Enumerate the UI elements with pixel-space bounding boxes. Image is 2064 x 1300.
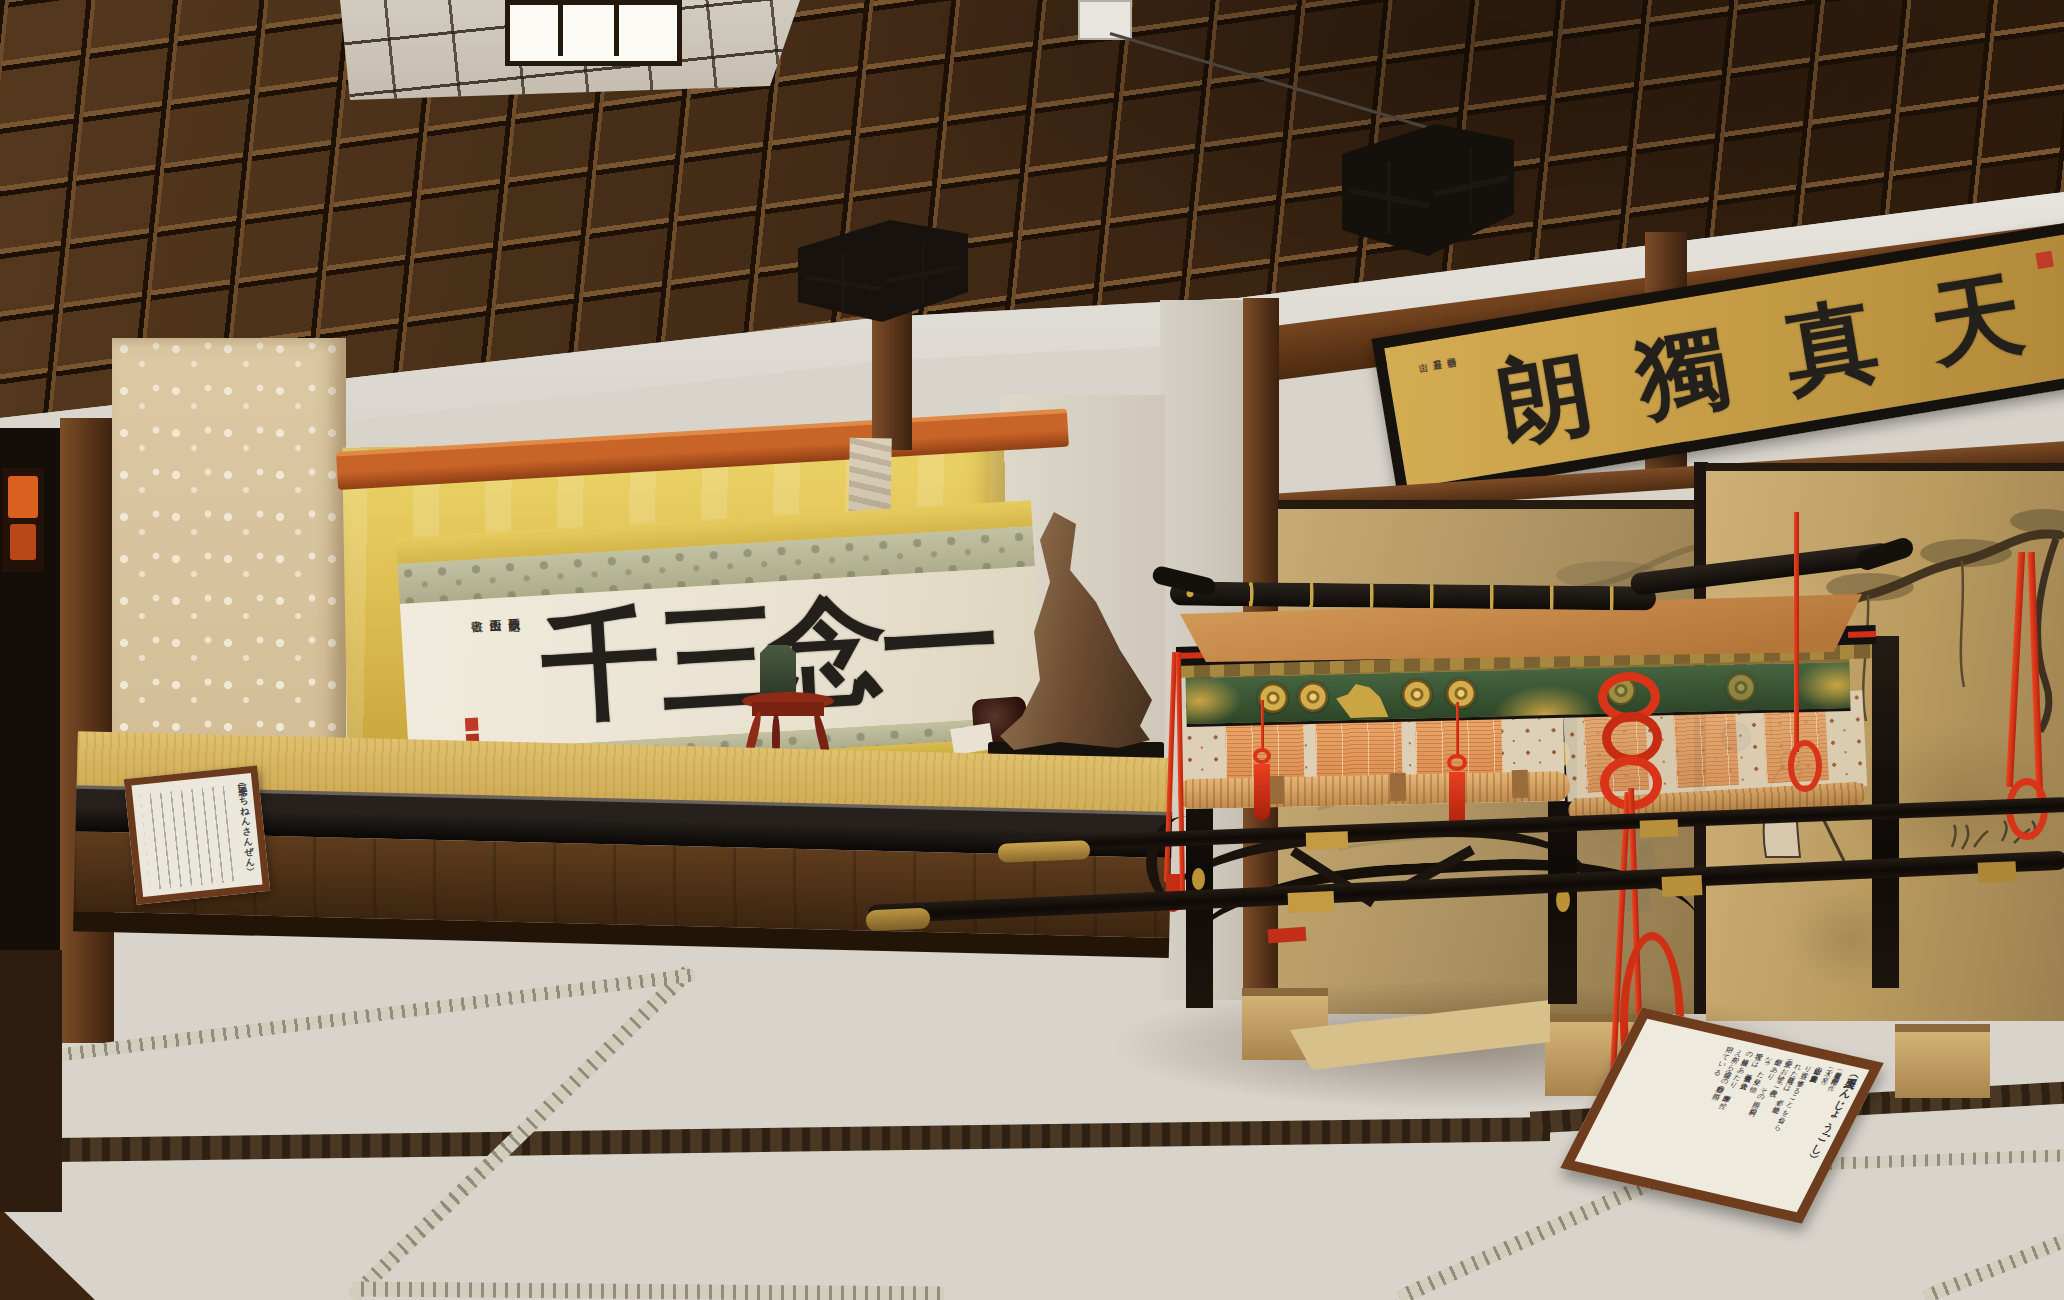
plaque-inscription: 明治廿四年 五月二十五日 宮山 [1414, 350, 1475, 468]
rope-strand [1794, 512, 1799, 752]
left-lower-wall [0, 950, 62, 1212]
chrysanthemum-crest [1298, 682, 1329, 713]
memorial-tablet [760, 645, 796, 697]
small-sign-body-lines [140, 786, 236, 890]
support-block [1895, 1024, 1990, 1098]
plaque-character: 真 [1766, 276, 1895, 416]
lantern-panel-front [1349, 154, 1429, 242]
scroll-character: 一 [878, 577, 1003, 714]
lantern-panel-front [805, 248, 881, 318]
rolled-blind-band [1512, 770, 1529, 798]
pole-brass-cap [866, 908, 931, 932]
tassel-knot [1447, 754, 1467, 771]
pole-brass-cap [998, 840, 1091, 863]
flush-light-mullion [558, 0, 563, 56]
rope-strand [2006, 552, 2025, 787]
doorway-sign-mark [8, 476, 38, 518]
gold-cloud-center [1336, 683, 1389, 718]
tassel-knot [1253, 748, 1271, 764]
doorway-sign-mark [10, 524, 36, 560]
hanging-lantern [798, 220, 968, 322]
tassel-body [1254, 764, 1270, 820]
pole-gold-band [1978, 861, 2017, 883]
plaque-seal [2035, 251, 2053, 269]
lantern-panel-side [886, 237, 960, 311]
flush-light-mullion [614, 0, 619, 56]
post-rope [1164, 652, 1198, 912]
rope-loop [1788, 740, 1822, 792]
rope-strand [2028, 552, 2044, 800]
doorway-sign [2, 468, 44, 572]
plaque-character: 天 [1912, 250, 2041, 390]
scroll-character: 千 [538, 597, 663, 734]
tassel-cord [1261, 700, 1264, 752]
rope-strand [1176, 652, 1185, 897]
tassel-cord [1456, 702, 1459, 758]
roof-ridge [1170, 581, 1656, 610]
blind-tassel [1446, 702, 1468, 872]
chrysanthemum-crest [1726, 672, 1757, 703]
small-sign-title: 一念三千（いちねんさんぜん） [235, 779, 258, 880]
hanging-rope [1788, 512, 1828, 812]
pole-gold-band [1640, 819, 1679, 837]
flush-ceiling-light [505, 0, 682, 66]
plaque-character: 朗 [1481, 328, 1610, 468]
rope-strand [1164, 652, 1177, 882]
chrysanthemum-crest [1402, 679, 1433, 710]
plaque-character: 獨 [1619, 303, 1748, 443]
rolled-blind-band [1390, 773, 1407, 801]
pole-gold-band [1306, 831, 1349, 850]
temple-room-photo: 明治廿四年 五月二十五日 宮山 朗 獨 真 天 [0, 0, 2064, 1300]
hanging-lantern [1342, 118, 1514, 256]
pole-gold-band [1288, 891, 1335, 913]
pole-gold-band [1662, 875, 1703, 897]
runner-red-band [1268, 927, 1307, 944]
small-sign: 一念三千（いちねんさんぜん） [124, 765, 270, 904]
ceiling-junction-box [1078, 0, 1132, 40]
